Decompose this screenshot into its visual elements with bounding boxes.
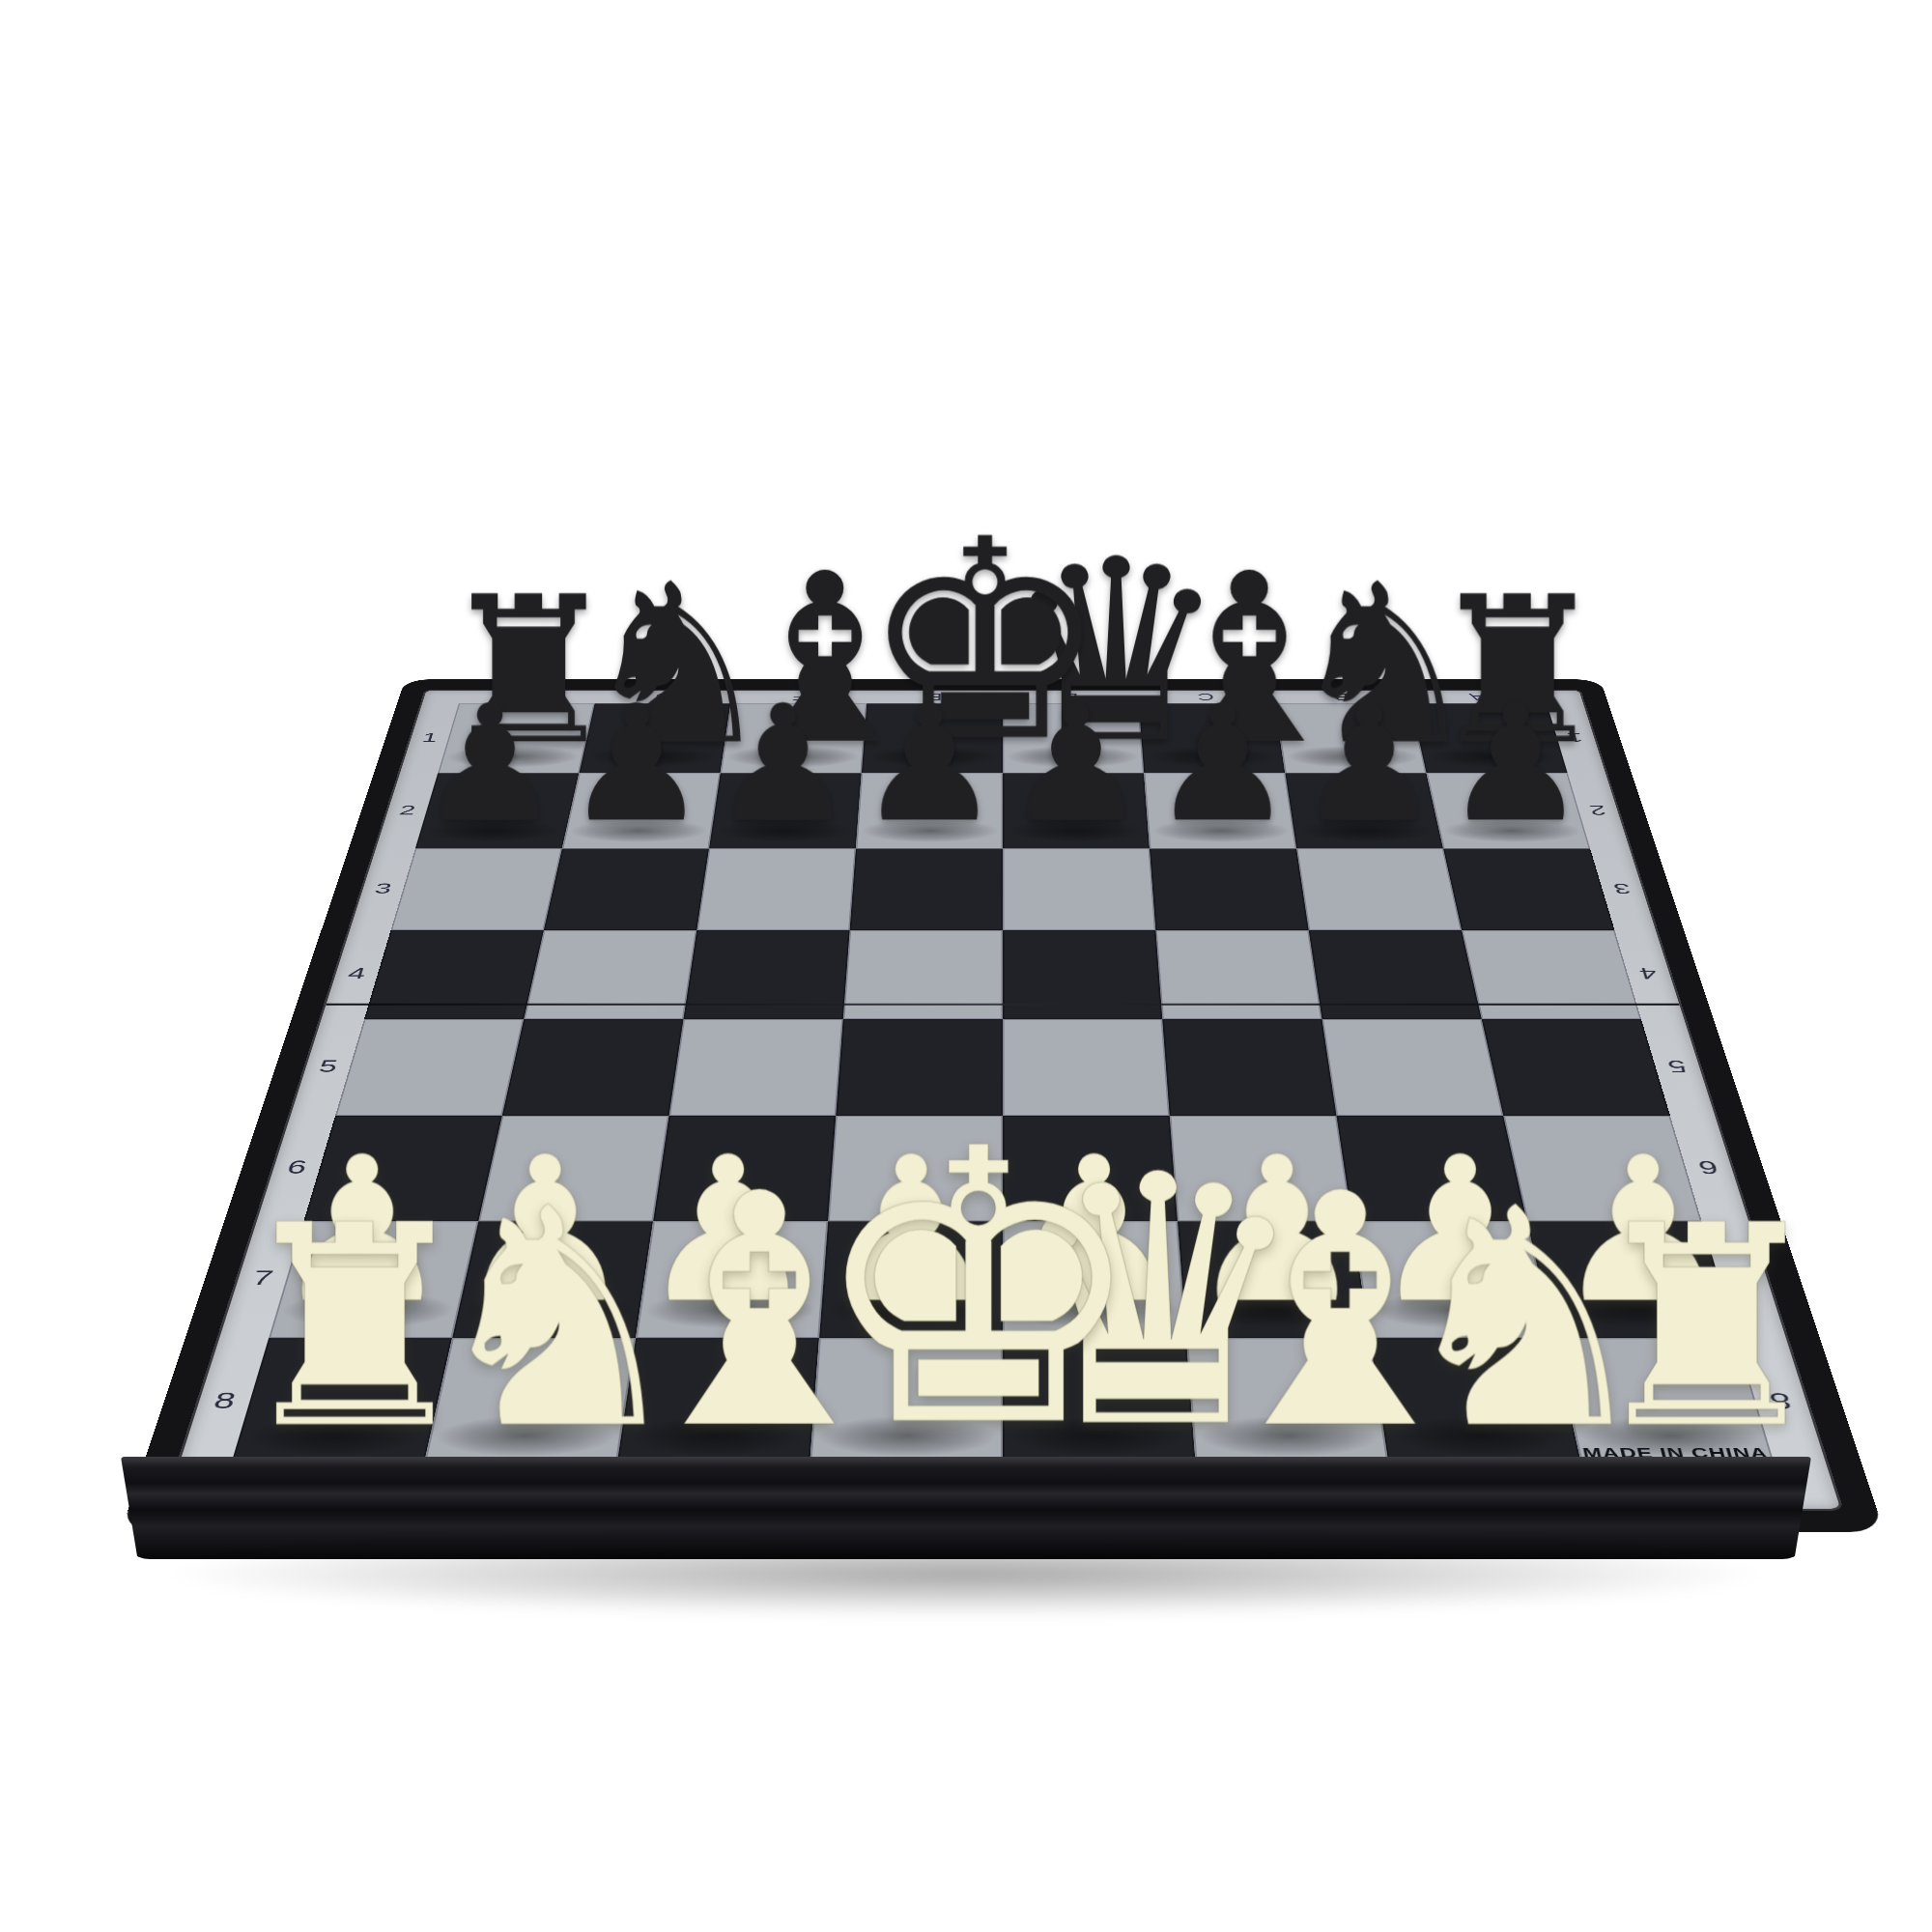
hinge-seam [326, 1004, 1680, 1006]
file-label-far-text: B [1333, 692, 1350, 703]
board-sheet: HGFEDCBA1♜♞♝♚♛♝♞♜12♟♟♟♟♟♟♟♟2334455667♟♟♟… [165, 691, 1841, 1509]
square-f2[interactable]: ♟ [709, 773, 862, 848]
black-pawn[interactable]: ♟ [563, 684, 710, 845]
black-pawn[interactable]: ♟ [1150, 684, 1296, 845]
file-label-far-text: A [1468, 692, 1487, 703]
black-pawn[interactable]: ♟ [416, 684, 563, 845]
chess-board-frame: HGFEDCBA1♜♞♝♚♛♝♞♜12♟♟♟♟♟♟♟♟2334455667♟♟♟… [121, 679, 1885, 1532]
white-knight[interactable]: ♞ [422, 1168, 615, 1470]
rank-label-right-text: 2 [1588, 803, 1608, 817]
board-front-edge [121, 1457, 1811, 1559]
square-f3[interactable] [696, 848, 856, 929]
black-pawn[interactable]: ♟ [1442, 684, 1589, 845]
square-b5[interactable] [1321, 1019, 1503, 1116]
square-b3[interactable] [1296, 848, 1462, 929]
square-g5[interactable] [502, 1019, 684, 1116]
file-label-far-text: E [927, 692, 943, 703]
square-h5[interactable] [335, 1019, 524, 1116]
rank-label-right-text: 4 [1637, 965, 1660, 982]
white-king[interactable]: ♚ [809, 1100, 1003, 1479]
square-e8[interactable]: ♚ [810, 1338, 1003, 1466]
square-f4[interactable] [684, 930, 850, 1019]
product-photo-stage: HGFEDCBA1♜♞♝♚♛♝♞♜12♟♟♟♟♟♟♟♟2334455667♟♟♟… [0, 0, 1932, 1932]
black-pawn[interactable]: ♟ [710, 684, 857, 845]
square-c2[interactable]: ♟ [1144, 773, 1296, 848]
white-bishop[interactable]: ♝ [615, 1151, 809, 1472]
board-ground-shadow [155, 1546, 1777, 1617]
square-f8[interactable]: ♝ [616, 1338, 819, 1466]
black-pawn[interactable]: ♟ [1003, 684, 1150, 845]
file-label-far-text: H [519, 692, 538, 703]
square-c4[interactable] [1155, 930, 1321, 1019]
square-h2[interactable]: ♟ [415, 773, 580, 848]
square-a2[interactable]: ♟ [1427, 773, 1591, 848]
square-h4[interactable] [364, 930, 544, 1019]
rank-label-right-text: 5 [1665, 1057, 1689, 1076]
square-h3[interactable] [391, 848, 562, 929]
square-b2[interactable]: ♟ [1285, 773, 1443, 848]
square-b4[interactable] [1309, 930, 1482, 1019]
square-a3[interactable] [1443, 848, 1614, 929]
square-g3[interactable] [544, 848, 709, 929]
square-e4[interactable] [843, 930, 1003, 1019]
square-g8[interactable]: ♞ [423, 1338, 636, 1466]
file-label-far-text: G [654, 692, 673, 703]
square-e2[interactable]: ♟ [856, 773, 1003, 848]
square-g2[interactable]: ♟ [562, 773, 721, 848]
square-c3[interactable] [1150, 848, 1309, 929]
square-e3[interactable] [850, 848, 1003, 929]
square-a5[interactable] [1482, 1019, 1670, 1116]
square-d3[interactable] [1003, 848, 1155, 929]
square-h8[interactable]: ♜ [230, 1338, 452, 1466]
square-a4[interactable] [1462, 930, 1641, 1019]
file-label-far-text: F [792, 692, 808, 703]
square-d2[interactable]: ♟ [1003, 773, 1150, 848]
black-pawn[interactable]: ♟ [1295, 684, 1442, 845]
square-g4[interactable] [524, 930, 696, 1019]
file-label-far-text: D [1063, 692, 1079, 703]
white-rook[interactable]: ♜ [230, 1189, 423, 1467]
file-label-far-text: C [1197, 692, 1214, 703]
black-pawn[interactable]: ♟ [856, 684, 1003, 845]
rank-label-right-text: 3 [1611, 881, 1633, 897]
square-d4[interactable] [1003, 930, 1162, 1019]
